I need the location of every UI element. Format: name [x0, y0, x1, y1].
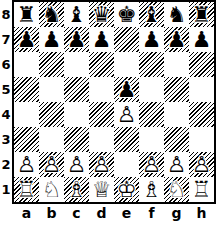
white-pawn-outline-glyph: ♙ — [114, 102, 139, 127]
square-g4[interactable] — [164, 102, 189, 127]
white-rook-h1: ♜♖ — [189, 177, 214, 202]
square-g5[interactable] — [164, 77, 189, 102]
black-pawn-g7: ♟ — [164, 27, 189, 52]
white-queen-d1: ♛♕ — [89, 177, 114, 202]
square-a1[interactable]: ♜♖ — [14, 177, 39, 202]
black-bishop-glyph: ♝ — [64, 2, 89, 27]
rank-labels-column: 87654321 — [0, 0, 12, 204]
black-pawn-glyph: ♟ — [89, 27, 114, 52]
black-queen-glyph: ♛ — [89, 2, 114, 27]
square-b6[interactable] — [39, 52, 64, 77]
square-d8[interactable]: ♛ — [89, 2, 114, 27]
chess-diagram: 87654321 ♜♞♝♛♚♝♞♜♟♟♟♟♟♟♟♟♟♙♟♙♟♙♟♙♟♙♟♙♟♙♟… — [0, 0, 216, 223]
square-a6[interactable] — [14, 52, 39, 77]
file-label-g: g — [164, 204, 189, 223]
square-d3[interactable] — [89, 127, 114, 152]
square-g6[interactable] — [164, 52, 189, 77]
white-pawn-outline-glyph: ♙ — [39, 152, 64, 177]
white-pawn-e4: ♟♙ — [114, 102, 139, 127]
white-knight-b1: ♞♘ — [39, 177, 64, 202]
square-h6[interactable] — [189, 52, 214, 77]
square-c8[interactable]: ♝ — [64, 2, 89, 27]
file-label-c: c — [64, 204, 89, 223]
square-f5[interactable] — [139, 77, 164, 102]
white-pawn-c2: ♟♙ — [64, 152, 89, 177]
square-c4[interactable] — [64, 102, 89, 127]
black-pawn-e5: ♟ — [114, 77, 139, 102]
white-pawn-f2: ♟♙ — [139, 152, 164, 177]
square-c7[interactable]: ♟ — [64, 27, 89, 52]
white-knight-outline-glyph: ♘ — [164, 177, 189, 202]
square-e7[interactable] — [114, 27, 139, 52]
square-g3[interactable] — [164, 127, 189, 152]
square-a4[interactable] — [14, 102, 39, 127]
white-pawn-g2: ♟♙ — [164, 152, 189, 177]
black-pawn-f7: ♟ — [139, 27, 164, 52]
black-rook-glyph: ♜ — [14, 2, 39, 27]
square-a2[interactable]: ♟♙ — [14, 152, 39, 177]
square-b4[interactable] — [39, 102, 64, 127]
square-b8[interactable]: ♞ — [39, 2, 64, 27]
square-f1[interactable]: ♝♗ — [139, 177, 164, 202]
white-pawn-h2: ♟♙ — [189, 152, 214, 177]
square-b3[interactable] — [39, 127, 64, 152]
square-d1[interactable]: ♛♕ — [89, 177, 114, 202]
black-rook-h8: ♜ — [189, 2, 214, 27]
square-a3[interactable] — [14, 127, 39, 152]
black-pawn-c7: ♟ — [64, 27, 89, 52]
square-h1[interactable]: ♜♖ — [189, 177, 214, 202]
square-e8[interactable]: ♚ — [114, 2, 139, 27]
chess-board: ♜♞♝♛♚♝♞♜♟♟♟♟♟♟♟♟♟♙♟♙♟♙♟♙♟♙♟♙♟♙♟♙♜♖♞♘♝♗♛♕… — [12, 0, 216, 204]
square-h5[interactable] — [189, 77, 214, 102]
square-e1[interactable]: ♚♔ — [114, 177, 139, 202]
square-h8[interactable]: ♜ — [189, 2, 214, 27]
black-pawn-glyph: ♟ — [64, 27, 89, 52]
file-label-f: f — [139, 204, 164, 223]
square-f7[interactable]: ♟ — [139, 27, 164, 52]
black-pawn-b7: ♟ — [39, 27, 64, 52]
square-d2[interactable]: ♟♙ — [89, 152, 114, 177]
square-b2[interactable]: ♟♙ — [39, 152, 64, 177]
square-h3[interactable] — [189, 127, 214, 152]
black-pawn-glyph: ♟ — [39, 27, 64, 52]
white-bishop-outline-glyph: ♗ — [139, 177, 164, 202]
square-e4[interactable]: ♟♙ — [114, 102, 139, 127]
square-c2[interactable]: ♟♙ — [64, 152, 89, 177]
square-f8[interactable]: ♝ — [139, 2, 164, 27]
white-king-e1: ♚♔ — [114, 177, 139, 202]
square-a5[interactable] — [14, 77, 39, 102]
file-label-h: h — [189, 204, 214, 223]
black-queen-d8: ♛ — [89, 2, 114, 27]
white-rook-outline-glyph: ♖ — [189, 177, 214, 202]
black-king-glyph: ♚ — [114, 2, 139, 27]
square-a7[interactable]: ♟ — [14, 27, 39, 52]
square-g2[interactable]: ♟♙ — [164, 152, 189, 177]
square-f2[interactable]: ♟♙ — [139, 152, 164, 177]
square-h4[interactable] — [189, 102, 214, 127]
square-b5[interactable] — [39, 77, 64, 102]
file-labels-row: abcdefgh — [14, 204, 216, 223]
white-bishop-outline-glyph: ♗ — [64, 177, 89, 202]
black-pawn-d7: ♟ — [89, 27, 114, 52]
white-knight-outline-glyph: ♘ — [39, 177, 64, 202]
file-label-b: b — [39, 204, 64, 223]
black-rook-a8: ♜ — [14, 2, 39, 27]
square-e6[interactable] — [114, 52, 139, 77]
corner-spacer — [0, 204, 12, 223]
square-b1[interactable]: ♞♘ — [39, 177, 64, 202]
square-d6[interactable] — [89, 52, 114, 77]
square-c6[interactable] — [64, 52, 89, 77]
rank-label-8: 8 — [0, 2, 12, 27]
black-knight-glyph: ♞ — [39, 2, 64, 27]
square-h7[interactable]: ♟ — [189, 27, 214, 52]
white-pawn-outline-glyph: ♙ — [164, 152, 189, 177]
black-pawn-a7: ♟ — [14, 27, 39, 52]
black-pawn-glyph: ♟ — [14, 27, 39, 52]
rank-label-4: 4 — [0, 102, 12, 127]
square-c3[interactable] — [64, 127, 89, 152]
square-g8[interactable]: ♞ — [164, 2, 189, 27]
white-king-outline-glyph: ♔ — [114, 177, 139, 202]
square-e2[interactable] — [114, 152, 139, 177]
black-pawn-glyph: ♟ — [114, 77, 139, 102]
white-pawn-d2: ♟♙ — [89, 152, 114, 177]
black-knight-g8: ♞ — [164, 2, 189, 27]
square-c1[interactable]: ♝♗ — [64, 177, 89, 202]
rank-label-5: 5 — [0, 77, 12, 102]
square-h2[interactable]: ♟♙ — [189, 152, 214, 177]
black-knight-glyph: ♞ — [164, 2, 189, 27]
square-g7[interactable]: ♟ — [164, 27, 189, 52]
square-d7[interactable]: ♟ — [89, 27, 114, 52]
file-label-a: a — [14, 204, 39, 223]
file-label-e: e — [114, 204, 139, 223]
black-bishop-f8: ♝ — [139, 2, 164, 27]
square-f6[interactable] — [139, 52, 164, 77]
square-g1[interactable]: ♞♘ — [164, 177, 189, 202]
white-queen-outline-glyph: ♕ — [89, 177, 114, 202]
black-king-e8: ♚ — [114, 2, 139, 27]
white-rook-a1: ♜♖ — [14, 177, 39, 202]
white-knight-g1: ♞♘ — [164, 177, 189, 202]
white-pawn-a2: ♟♙ — [14, 152, 39, 177]
white-pawn-outline-glyph: ♙ — [14, 152, 39, 177]
square-d4[interactable] — [89, 102, 114, 127]
white-pawn-b2: ♟♙ — [39, 152, 64, 177]
square-f4[interactable] — [139, 102, 164, 127]
black-pawn-glyph: ♟ — [164, 27, 189, 52]
rank-label-1: 1 — [0, 177, 12, 202]
square-e5[interactable]: ♟ — [114, 77, 139, 102]
square-e3[interactable] — [114, 127, 139, 152]
square-b7[interactable]: ♟ — [39, 27, 64, 52]
white-bishop-c1: ♝♗ — [64, 177, 89, 202]
black-pawn-glyph: ♟ — [139, 27, 164, 52]
white-pawn-outline-glyph: ♙ — [189, 152, 214, 177]
rank-label-2: 2 — [0, 152, 12, 177]
black-bishop-glyph: ♝ — [139, 2, 164, 27]
file-label-d: d — [89, 204, 114, 223]
rank-label-6: 6 — [0, 52, 12, 77]
square-c5[interactable] — [64, 77, 89, 102]
white-pawn-outline-glyph: ♙ — [64, 152, 89, 177]
white-bishop-f1: ♝♗ — [139, 177, 164, 202]
square-f3[interactable] — [139, 127, 164, 152]
square-a8[interactable]: ♜ — [14, 2, 39, 27]
black-pawn-h7: ♟ — [189, 27, 214, 52]
white-pawn-outline-glyph: ♙ — [89, 152, 114, 177]
white-pawn-outline-glyph: ♙ — [139, 152, 164, 177]
rank-label-3: 3 — [0, 127, 12, 152]
black-rook-glyph: ♜ — [189, 2, 214, 27]
black-knight-b8: ♞ — [39, 2, 64, 27]
square-d5[interactable] — [89, 77, 114, 102]
black-pawn-glyph: ♟ — [189, 27, 214, 52]
white-rook-outline-glyph: ♖ — [14, 177, 39, 202]
rank-label-7: 7 — [0, 27, 12, 52]
black-bishop-c8: ♝ — [64, 2, 89, 27]
